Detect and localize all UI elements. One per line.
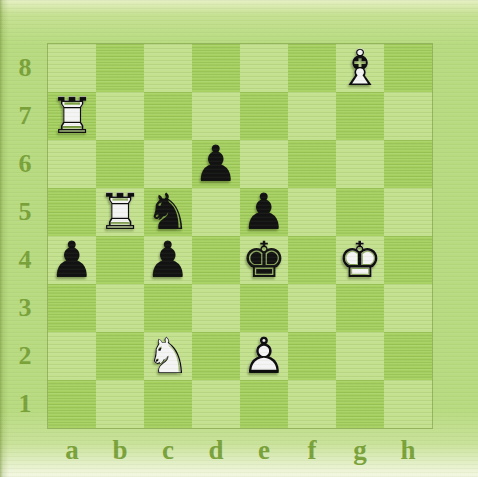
- rank-label-4: 4: [10, 236, 40, 284]
- square-f4[interactable]: [288, 236, 336, 284]
- square-g7[interactable]: [336, 92, 384, 140]
- square-d4[interactable]: [192, 236, 240, 284]
- square-h1[interactable]: [384, 380, 432, 428]
- square-c5[interactable]: ♞: [144, 188, 192, 236]
- square-e1[interactable]: [240, 380, 288, 428]
- square-e3[interactable]: [240, 284, 288, 332]
- square-f6[interactable]: [288, 140, 336, 188]
- black-king[interactable]: ♚: [240, 236, 288, 284]
- file-labels: abcdefgh: [48, 433, 432, 467]
- black-pawn[interactable]: ♟: [240, 188, 288, 236]
- square-f8[interactable]: [288, 44, 336, 92]
- file-label-c: c: [144, 433, 192, 467]
- white-bishop[interactable]: ♝♗: [336, 44, 384, 92]
- square-b4[interactable]: [96, 236, 144, 284]
- white-rook[interactable]: ♜♖: [96, 188, 144, 236]
- square-g8[interactable]: ♝♗: [336, 44, 384, 92]
- square-d6[interactable]: ♟: [192, 140, 240, 188]
- file-label-a: a: [48, 433, 96, 467]
- square-e7[interactable]: [240, 92, 288, 140]
- square-c1[interactable]: [144, 380, 192, 428]
- square-f2[interactable]: [288, 332, 336, 380]
- square-h4[interactable]: [384, 236, 432, 284]
- square-d7[interactable]: [192, 92, 240, 140]
- black-knight[interactable]: ♞: [144, 188, 192, 236]
- black-pawn[interactable]: ♟: [144, 236, 192, 284]
- square-d5[interactable]: [192, 188, 240, 236]
- square-a7[interactable]: ♜♖: [48, 92, 96, 140]
- file-label-d: d: [192, 433, 240, 467]
- square-b8[interactable]: [96, 44, 144, 92]
- square-g2[interactable]: [336, 332, 384, 380]
- square-a6[interactable]: [48, 140, 96, 188]
- square-a4[interactable]: ♟: [48, 236, 96, 284]
- rank-label-6: 6: [10, 140, 40, 188]
- square-e4[interactable]: ♚: [240, 236, 288, 284]
- square-e8[interactable]: [240, 44, 288, 92]
- file-label-f: f: [288, 433, 336, 467]
- rank-label-5: 5: [10, 188, 40, 236]
- square-c3[interactable]: [144, 284, 192, 332]
- rank-label-2: 2: [10, 332, 40, 380]
- square-e5[interactable]: ♟: [240, 188, 288, 236]
- square-b3[interactable]: [96, 284, 144, 332]
- file-label-g: g: [336, 433, 384, 467]
- square-a2[interactable]: [48, 332, 96, 380]
- rank-label-3: 3: [10, 284, 40, 332]
- square-b7[interactable]: [96, 92, 144, 140]
- square-c8[interactable]: [144, 44, 192, 92]
- square-b2[interactable]: [96, 332, 144, 380]
- file-label-h: h: [384, 433, 432, 467]
- square-d1[interactable]: [192, 380, 240, 428]
- square-g1[interactable]: [336, 380, 384, 428]
- square-e2[interactable]: ♟♙: [240, 332, 288, 380]
- chess-diagram: 87654321 ♝♗♜♖♟♜♖♞♟♟♟♚♚♔♞♘♟♙ abcdefgh: [0, 0, 478, 477]
- square-h5[interactable]: [384, 188, 432, 236]
- square-h8[interactable]: [384, 44, 432, 92]
- square-h2[interactable]: [384, 332, 432, 380]
- white-king[interactable]: ♚♔: [336, 236, 384, 284]
- square-c6[interactable]: [144, 140, 192, 188]
- file-label-e: e: [240, 433, 288, 467]
- square-c4[interactable]: ♟: [144, 236, 192, 284]
- square-g3[interactable]: [336, 284, 384, 332]
- square-h7[interactable]: [384, 92, 432, 140]
- white-knight[interactable]: ♞♘: [144, 332, 192, 380]
- rank-label-8: 8: [10, 44, 40, 92]
- square-g6[interactable]: [336, 140, 384, 188]
- square-d3[interactable]: [192, 284, 240, 332]
- white-pawn[interactable]: ♟♙: [240, 332, 288, 380]
- square-b5[interactable]: ♜♖: [96, 188, 144, 236]
- square-h6[interactable]: [384, 140, 432, 188]
- square-d8[interactable]: [192, 44, 240, 92]
- square-a3[interactable]: [48, 284, 96, 332]
- black-pawn[interactable]: ♟: [192, 140, 240, 188]
- square-f1[interactable]: [288, 380, 336, 428]
- square-f7[interactable]: [288, 92, 336, 140]
- square-f5[interactable]: [288, 188, 336, 236]
- square-a8[interactable]: [48, 44, 96, 92]
- rank-labels: 87654321: [10, 44, 40, 428]
- square-a5[interactable]: [48, 188, 96, 236]
- square-c2[interactable]: ♞♘: [144, 332, 192, 380]
- square-g5[interactable]: [336, 188, 384, 236]
- white-rook[interactable]: ♜♖: [48, 92, 96, 140]
- square-g4[interactable]: ♚♔: [336, 236, 384, 284]
- square-a1[interactable]: [48, 380, 96, 428]
- square-h3[interactable]: [384, 284, 432, 332]
- file-label-b: b: [96, 433, 144, 467]
- square-c7[interactable]: [144, 92, 192, 140]
- square-e6[interactable]: [240, 140, 288, 188]
- black-pawn[interactable]: ♟: [48, 236, 96, 284]
- board: ♝♗♜♖♟♜♖♞♟♟♟♚♚♔♞♘♟♙: [48, 44, 432, 428]
- square-f3[interactable]: [288, 284, 336, 332]
- rank-label-1: 1: [10, 380, 40, 428]
- square-b1[interactable]: [96, 380, 144, 428]
- rank-label-7: 7: [10, 92, 40, 140]
- square-b6[interactable]: [96, 140, 144, 188]
- square-d2[interactable]: [192, 332, 240, 380]
